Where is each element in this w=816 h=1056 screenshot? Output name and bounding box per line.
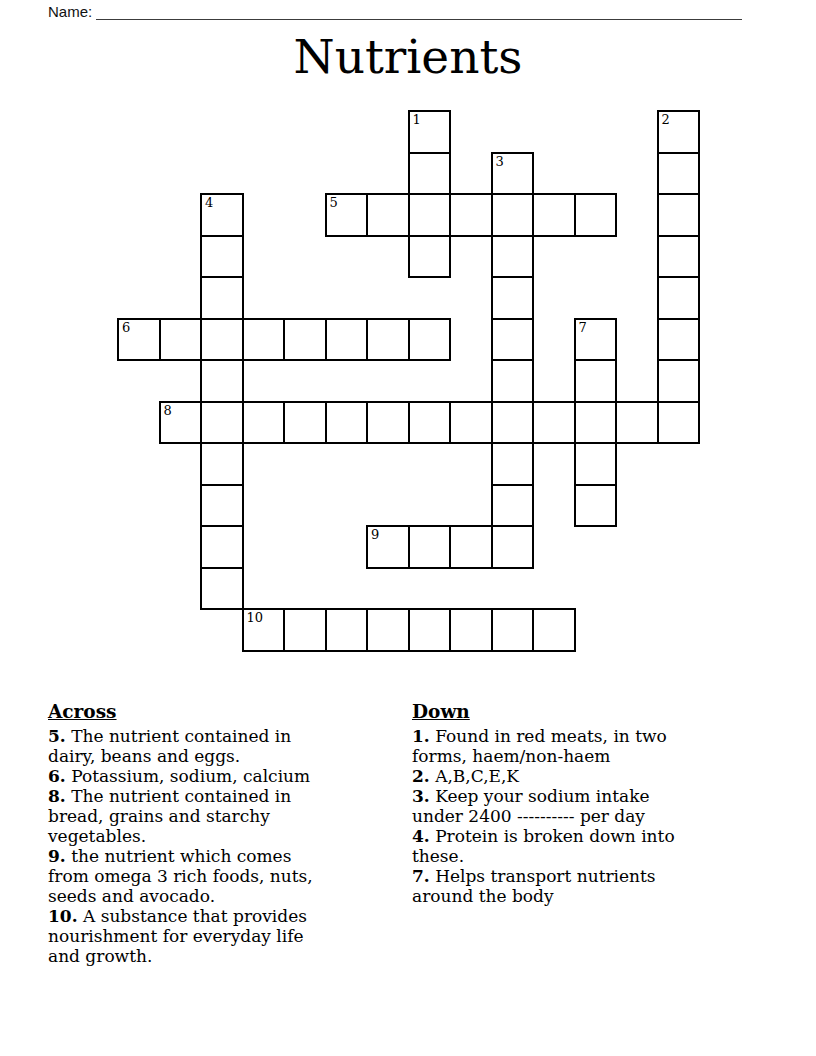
grid-cell[interactable]	[408, 193, 452, 237]
grid-cell[interactable]	[408, 608, 452, 652]
grid-cell[interactable]	[325, 401, 369, 445]
grid-cell[interactable]	[200, 276, 244, 320]
name-label: Name:	[48, 3, 92, 20]
grid-cell[interactable]	[325, 318, 369, 362]
grid-cell[interactable]: 10	[242, 608, 286, 652]
grid-cell[interactable]	[532, 193, 576, 237]
clue-number: 9.	[48, 846, 66, 866]
grid-cell[interactable]: 2	[657, 110, 701, 154]
clue-number: 8.	[48, 786, 66, 806]
clue-number: 6.	[48, 766, 66, 786]
grid-cell[interactable]	[574, 442, 618, 486]
grid-cell[interactable]: 1	[408, 110, 452, 154]
grid-cell[interactable]	[366, 401, 410, 445]
clue-number: 1.	[412, 726, 430, 746]
grid-cell[interactable]	[408, 235, 452, 279]
grid-cell[interactable]	[159, 318, 203, 362]
grid-cell[interactable]	[491, 235, 535, 279]
grid-cell[interactable]	[408, 525, 452, 569]
grid-cell[interactable]	[491, 318, 535, 362]
grid-cell[interactable]	[657, 276, 701, 320]
grid-cell[interactable]	[491, 525, 535, 569]
clue-number-label: 9	[371, 528, 379, 541]
grid-cell[interactable]: 4	[200, 193, 244, 237]
grid-cell[interactable]: 7	[574, 318, 618, 362]
clue-number: 5.	[48, 726, 66, 746]
grid-cell[interactable]	[491, 359, 535, 403]
grid-cell[interactable]	[283, 608, 327, 652]
clue-item: 5. The nutrient contained in dairy, bean…	[48, 726, 330, 766]
grid-cell[interactable]	[491, 401, 535, 445]
grid-cell[interactable]	[657, 318, 701, 362]
clue-item: 3. Keep your sodium intake under 2400 --…	[412, 786, 694, 826]
grid-cell[interactable]	[657, 359, 701, 403]
grid-cell[interactable]	[366, 608, 410, 652]
grid-cell[interactable]: 5	[325, 193, 369, 237]
grid-cell[interactable]	[200, 235, 244, 279]
grid-cell[interactable]	[491, 276, 535, 320]
clue-item: 8. The nutrient contained in bread, grai…	[48, 786, 330, 846]
grid-cell[interactable]: 3	[491, 152, 535, 196]
clue-number: 3.	[412, 786, 430, 806]
clue-number-label: 8	[164, 404, 172, 417]
grid-cell[interactable]	[657, 401, 701, 445]
grid-cell[interactable]	[574, 484, 618, 528]
grid-cell[interactable]	[408, 152, 452, 196]
grid-cell[interactable]	[283, 401, 327, 445]
grid-cell[interactable]	[532, 608, 576, 652]
grid-cell[interactable]	[449, 525, 493, 569]
across-header: Across	[48, 701, 330, 723]
down-clues-section: Down 1. Found in red meats, in two forms…	[412, 701, 694, 906]
clue-item: 7. Helps transport nutrients around the …	[412, 866, 694, 906]
grid-cell[interactable]	[242, 401, 286, 445]
clue-number: 2.	[412, 766, 430, 786]
grid-cell[interactable]	[200, 359, 244, 403]
clue-number-label: 1	[413, 113, 421, 126]
grid-cell[interactable]	[200, 442, 244, 486]
clue-number: 7.	[412, 866, 430, 886]
page-title: Nutrients	[0, 33, 816, 80]
grid-cell[interactable]	[574, 359, 618, 403]
clue-number-label: 6	[122, 321, 130, 334]
clue-number: 4.	[412, 826, 430, 846]
grid-cell[interactable]	[491, 193, 535, 237]
grid-cell[interactable]	[657, 235, 701, 279]
grid-cell[interactable]	[200, 525, 244, 569]
name-field-line[interactable]	[96, 2, 742, 20]
grid-cell[interactable]: 6	[117, 318, 161, 362]
clue-number-label: 10	[247, 611, 264, 624]
grid-cell[interactable]	[574, 401, 618, 445]
grid-cell[interactable]: 8	[159, 401, 203, 445]
grid-cell[interactable]	[200, 318, 244, 362]
grid-cell[interactable]	[491, 484, 535, 528]
grid-cell[interactable]	[408, 401, 452, 445]
clue-item: 4. Protein is broken down into these.	[412, 826, 694, 866]
down-clue-list: 1. Found in red meats, in two forms, hae…	[412, 726, 694, 906]
grid-cell[interactable]	[325, 608, 369, 652]
clue-item: 1. Found in red meats, in two forms, hae…	[412, 726, 694, 766]
clue-item: 10. A substance that provides nourishmen…	[48, 906, 330, 966]
clue-number-label: 3	[496, 155, 504, 168]
grid-cell[interactable]	[200, 401, 244, 445]
grid-cell[interactable]	[366, 193, 410, 237]
grid-cell[interactable]	[615, 401, 659, 445]
clue-item: 9. the nutrient which comes from omega 3…	[48, 846, 330, 906]
clue-number: 10.	[48, 906, 78, 926]
grid-cell[interactable]	[408, 318, 452, 362]
clue-number-label: 5	[330, 196, 338, 209]
clue-item: 6. Potassium, sodium, calcium	[48, 766, 330, 786]
grid-cell[interactable]	[283, 318, 327, 362]
clue-number-label: 4	[205, 196, 213, 209]
down-header: Down	[412, 701, 694, 723]
grid-cell[interactable]	[200, 567, 244, 611]
clue-number-label: 2	[662, 113, 670, 126]
grid-cell[interactable]	[449, 193, 493, 237]
clue-item: 2. A,B,C,E,K	[412, 766, 694, 786]
worksheet-page: Name: Nutrients 12345678910 Across 5. Th…	[0, 0, 816, 1056]
grid-cell[interactable]	[449, 401, 493, 445]
clue-number-label: 7	[579, 321, 587, 334]
grid-cell[interactable]	[449, 608, 493, 652]
crossword-grid: 12345678910	[117, 110, 700, 652]
grid-cell[interactable]	[366, 318, 410, 362]
grid-cell[interactable]	[491, 608, 535, 652]
grid-cell[interactable]	[532, 401, 576, 445]
across-clues-section: Across 5. The nutrient contained in dair…	[48, 701, 330, 966]
grid-cell[interactable]	[491, 442, 535, 486]
grid-cell[interactable]	[574, 193, 618, 237]
grid-cell[interactable]: 9	[366, 525, 410, 569]
grid-cell[interactable]	[242, 318, 286, 362]
grid-cell[interactable]	[657, 152, 701, 196]
grid-cell[interactable]	[657, 193, 701, 237]
grid-cell[interactable]	[200, 484, 244, 528]
across-clue-list: 5. The nutrient contained in dairy, bean…	[48, 726, 330, 966]
